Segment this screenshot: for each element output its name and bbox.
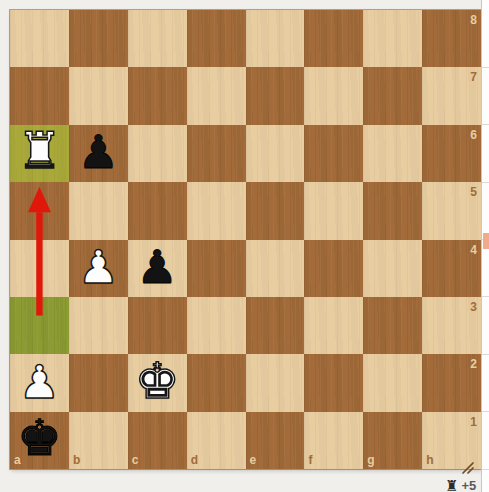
- file-label-d: d: [191, 454, 198, 466]
- side-panel-row-line: [482, 411, 489, 412]
- square-b4[interactable]: ♟: [69, 240, 128, 297]
- piece-black-pawn[interactable]: ♟: [137, 244, 178, 290]
- square-a3[interactable]: [10, 297, 69, 354]
- square-a2[interactable]: ♟: [10, 354, 69, 411]
- piece-white-pawn[interactable]: ♟: [19, 359, 60, 405]
- square-c4[interactable]: ♟: [128, 240, 187, 297]
- square-g6[interactable]: [363, 125, 422, 182]
- board-resize-handle[interactable]: [459, 459, 477, 477]
- square-e7[interactable]: [246, 67, 305, 124]
- square-d1[interactable]: d: [187, 412, 246, 469]
- chess-board[interactable]: 87♜♟65♟♟43♟♚2a♚bcdefgh1: [10, 10, 481, 469]
- square-g3[interactable]: [363, 297, 422, 354]
- square-h7[interactable]: 7: [422, 67, 481, 124]
- square-d6[interactable]: [187, 125, 246, 182]
- square-g2[interactable]: [363, 354, 422, 411]
- side-panel-row-line: [482, 296, 489, 297]
- square-b1[interactable]: b: [69, 412, 128, 469]
- piece-black-king[interactable]: ♚: [17, 413, 62, 463]
- square-c7[interactable]: [128, 67, 187, 124]
- square-e6[interactable]: [246, 125, 305, 182]
- side-panel-row-line: [482, 124, 489, 125]
- square-g4[interactable]: [363, 240, 422, 297]
- square-c5[interactable]: [128, 182, 187, 239]
- square-a5[interactable]: [10, 182, 69, 239]
- board-container: 87♜♟65♟♟43♟♚2a♚bcdefgh1: [10, 10, 481, 469]
- rank-label-4: 4: [470, 244, 477, 256]
- square-f7[interactable]: [304, 67, 363, 124]
- square-c6[interactable]: [128, 125, 187, 182]
- side-panel-row-line: [482, 469, 489, 470]
- square-g1[interactable]: g: [363, 412, 422, 469]
- file-label-b: b: [73, 454, 80, 466]
- square-d8[interactable]: [187, 10, 246, 67]
- square-d4[interactable]: [187, 240, 246, 297]
- square-c1[interactable]: c: [128, 412, 187, 469]
- square-b3[interactable]: [69, 297, 128, 354]
- square-g5[interactable]: [363, 182, 422, 239]
- square-e3[interactable]: [246, 297, 305, 354]
- square-a4[interactable]: [10, 240, 69, 297]
- square-e8[interactable]: [246, 10, 305, 67]
- square-b6[interactable]: ♟: [69, 125, 128, 182]
- rank-label-7: 7: [470, 71, 477, 83]
- square-a8[interactable]: [10, 10, 69, 67]
- side-panel-row-line: [482, 67, 489, 68]
- rank-label-3: 3: [470, 301, 477, 313]
- square-f6[interactable]: [304, 125, 363, 182]
- square-c2[interactable]: ♚: [128, 354, 187, 411]
- material-score: +5: [461, 478, 476, 492]
- rank-label-5: 5: [470, 186, 477, 198]
- square-c3[interactable]: [128, 297, 187, 354]
- square-b5[interactable]: [69, 182, 128, 239]
- rank-label-6: 6: [470, 129, 477, 141]
- square-h5[interactable]: 5: [422, 182, 481, 239]
- side-panel-row-line: [482, 182, 489, 183]
- captured-rook-icon: ♜: [445, 478, 458, 492]
- piece-white-rook[interactable]: ♜: [17, 126, 62, 176]
- material-advantage-indicator: ♜ +5: [445, 478, 476, 492]
- square-e1[interactable]: e: [246, 412, 305, 469]
- square-f1[interactable]: f: [304, 412, 363, 469]
- square-h8[interactable]: 8: [422, 10, 481, 67]
- square-h3[interactable]: 3: [422, 297, 481, 354]
- rank-label-2: 2: [470, 358, 477, 370]
- square-a1[interactable]: a♚: [10, 412, 69, 469]
- puzzle-page: 87♜♟65♟♟43♟♚2a♚bcdefgh1 ♜ +5: [0, 0, 489, 492]
- square-e2[interactable]: [246, 354, 305, 411]
- file-label-f: f: [308, 454, 312, 466]
- square-f5[interactable]: [304, 182, 363, 239]
- square-h6[interactable]: 6: [422, 125, 481, 182]
- side-panel-row-line: [482, 354, 489, 355]
- square-h2[interactable]: 2: [422, 354, 481, 411]
- rank-label-1: 1: [470, 416, 477, 428]
- square-d5[interactable]: [187, 182, 246, 239]
- square-h4[interactable]: 4: [422, 240, 481, 297]
- square-d3[interactable]: [187, 297, 246, 354]
- square-f4[interactable]: [304, 240, 363, 297]
- file-label-h: h: [426, 454, 433, 466]
- square-a6[interactable]: ♜: [10, 125, 69, 182]
- square-d2[interactable]: [187, 354, 246, 411]
- square-e5[interactable]: [246, 182, 305, 239]
- square-d7[interactable]: [187, 67, 246, 124]
- square-c8[interactable]: [128, 10, 187, 67]
- square-f2[interactable]: [304, 354, 363, 411]
- square-e4[interactable]: [246, 240, 305, 297]
- file-label-c: c: [132, 454, 139, 466]
- square-f8[interactable]: [304, 10, 363, 67]
- file-label-e: e: [250, 454, 257, 466]
- movelist-selected-move-edge[interactable]: [483, 233, 489, 249]
- square-b2[interactable]: [69, 354, 128, 411]
- square-g8[interactable]: [363, 10, 422, 67]
- piece-black-pawn[interactable]: ♟: [78, 129, 119, 175]
- square-f3[interactable]: [304, 297, 363, 354]
- piece-white-king[interactable]: ♚: [135, 356, 180, 406]
- piece-white-pawn[interactable]: ♟: [78, 244, 119, 290]
- square-g7[interactable]: [363, 67, 422, 124]
- square-b7[interactable]: [69, 67, 128, 124]
- square-b8[interactable]: [69, 10, 128, 67]
- file-label-g: g: [367, 454, 374, 466]
- rank-label-8: 8: [470, 14, 477, 26]
- square-a7[interactable]: [10, 67, 69, 124]
